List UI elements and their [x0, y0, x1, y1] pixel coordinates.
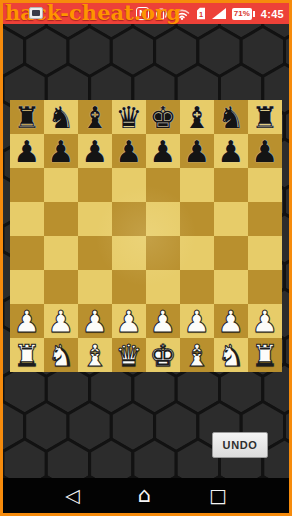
square-b3[interactable]	[44, 270, 78, 304]
white-bishop: ♝	[180, 338, 214, 372]
black-knight: ♞	[214, 100, 248, 134]
square-g1[interactable]: ♞	[214, 338, 248, 372]
square-b8[interactable]: ♞	[44, 100, 78, 134]
black-queen: ♛	[112, 100, 146, 134]
square-e2[interactable]: ♟	[146, 304, 180, 338]
screen: N 1 71% 4:45 hack-chea	[3, 3, 289, 513]
square-c3[interactable]	[78, 270, 112, 304]
black-pawn: ♟	[146, 134, 180, 168]
square-f6[interactable]	[180, 168, 214, 202]
vibrate-icon	[155, 8, 168, 20]
square-c7[interactable]: ♟	[78, 134, 112, 168]
black-bishop: ♝	[180, 100, 214, 134]
square-e8[interactable]: ♚	[146, 100, 180, 134]
sim-icon: 1	[196, 7, 206, 20]
square-b4[interactable]	[44, 236, 78, 270]
notification-app-icon	[29, 7, 43, 19]
black-rook: ♜	[248, 100, 282, 134]
square-d3[interactable]	[112, 270, 146, 304]
square-d8[interactable]: ♛	[112, 100, 146, 134]
square-d5[interactable]	[112, 202, 146, 236]
android-nav-bar: ◁ ⌂ □	[3, 478, 289, 513]
back-icon[interactable]: ◁	[65, 486, 80, 505]
square-f4[interactable]	[180, 236, 214, 270]
square-b6[interactable]	[44, 168, 78, 202]
nfc-icon: N	[136, 7, 149, 20]
square-g4[interactable]	[214, 236, 248, 270]
square-f8[interactable]: ♝	[180, 100, 214, 134]
square-h3[interactable]	[248, 270, 282, 304]
square-f3[interactable]	[180, 270, 214, 304]
square-h7[interactable]: ♟	[248, 134, 282, 168]
white-queen: ♛	[112, 338, 146, 372]
square-f7[interactable]: ♟	[180, 134, 214, 168]
square-c1[interactable]: ♝	[78, 338, 112, 372]
black-pawn: ♟	[214, 134, 248, 168]
black-pawn: ♟	[10, 134, 44, 168]
square-e5[interactable]	[146, 202, 180, 236]
square-e1[interactable]: ♚	[146, 338, 180, 372]
square-g8[interactable]: ♞	[214, 100, 248, 134]
battery-icon: 71%	[232, 8, 252, 20]
square-a3[interactable]	[10, 270, 44, 304]
home-icon[interactable]: ⌂	[138, 486, 151, 505]
square-b5[interactable]	[44, 202, 78, 236]
square-e3[interactable]	[146, 270, 180, 304]
black-rook: ♜	[10, 100, 44, 134]
status-bar: N 1 71% 4:45	[3, 3, 289, 24]
white-pawn: ♟	[180, 304, 214, 338]
square-c6[interactable]	[78, 168, 112, 202]
white-bishop: ♝	[78, 338, 112, 372]
square-h6[interactable]	[248, 168, 282, 202]
square-a1[interactable]: ♜	[10, 338, 44, 372]
wifi-icon	[174, 8, 190, 20]
square-b2[interactable]: ♟	[44, 304, 78, 338]
square-g7[interactable]: ♟	[214, 134, 248, 168]
square-h8[interactable]: ♜	[248, 100, 282, 134]
square-g5[interactable]	[214, 202, 248, 236]
square-e4[interactable]	[146, 236, 180, 270]
white-pawn: ♟	[248, 304, 282, 338]
signal-icon	[212, 8, 226, 19]
square-d1[interactable]: ♛	[112, 338, 146, 372]
white-knight: ♞	[44, 338, 78, 372]
white-pawn: ♟	[44, 304, 78, 338]
square-d6[interactable]	[112, 168, 146, 202]
square-a5[interactable]	[10, 202, 44, 236]
square-b7[interactable]: ♟	[44, 134, 78, 168]
square-e6[interactable]	[146, 168, 180, 202]
square-f5[interactable]	[180, 202, 214, 236]
sim-slot-number: 1	[199, 10, 203, 19]
white-pawn: ♟	[112, 304, 146, 338]
square-d7[interactable]: ♟	[112, 134, 146, 168]
square-a8[interactable]: ♜	[10, 100, 44, 134]
square-c2[interactable]: ♟	[78, 304, 112, 338]
square-b1[interactable]: ♞	[44, 338, 78, 372]
white-pawn: ♟	[146, 304, 180, 338]
black-pawn: ♟	[180, 134, 214, 168]
recents-icon[interactable]: □	[209, 486, 227, 505]
square-a4[interactable]	[10, 236, 44, 270]
white-knight: ♞	[214, 338, 248, 372]
white-pawn: ♟	[10, 304, 44, 338]
square-c5[interactable]	[78, 202, 112, 236]
black-knight: ♞	[44, 100, 78, 134]
black-pawn: ♟	[44, 134, 78, 168]
square-g6[interactable]	[214, 168, 248, 202]
square-f2[interactable]: ♟	[180, 304, 214, 338]
square-a7[interactable]: ♟	[10, 134, 44, 168]
square-g3[interactable]	[214, 270, 248, 304]
chess-board: ♜♞♝♛♚♝♞♜♟♟♟♟♟♟♟♟♟♟♟♟♟♟♟♟♜♞♝♛♚♝♞♜	[10, 100, 282, 372]
square-c4[interactable]	[78, 236, 112, 270]
white-rook: ♜	[10, 338, 44, 372]
black-bishop: ♝	[78, 100, 112, 134]
status-clock: 4:45	[261, 8, 284, 20]
square-d2[interactable]: ♟	[112, 304, 146, 338]
square-e7[interactable]: ♟	[146, 134, 180, 168]
square-h1[interactable]: ♜	[248, 338, 282, 372]
black-king: ♚	[146, 100, 180, 134]
black-pawn: ♟	[78, 134, 112, 168]
square-g2[interactable]: ♟	[214, 304, 248, 338]
square-h2[interactable]: ♟	[248, 304, 282, 338]
phone-frame: N 1 71% 4:45 hack-chea	[0, 0, 292, 516]
square-d4[interactable]	[112, 236, 146, 270]
undo-button[interactable]: UNDO	[212, 432, 268, 458]
square-f1[interactable]: ♝	[180, 338, 214, 372]
white-pawn: ♟	[214, 304, 248, 338]
square-h5[interactable]	[248, 202, 282, 236]
square-a2[interactable]: ♟	[10, 304, 44, 338]
black-pawn: ♟	[112, 134, 146, 168]
square-a6[interactable]	[10, 168, 44, 202]
white-rook: ♜	[248, 338, 282, 372]
square-h4[interactable]	[248, 236, 282, 270]
white-king: ♚	[146, 338, 180, 372]
square-c8[interactable]: ♝	[78, 100, 112, 134]
white-pawn: ♟	[78, 304, 112, 338]
black-pawn: ♟	[248, 134, 282, 168]
